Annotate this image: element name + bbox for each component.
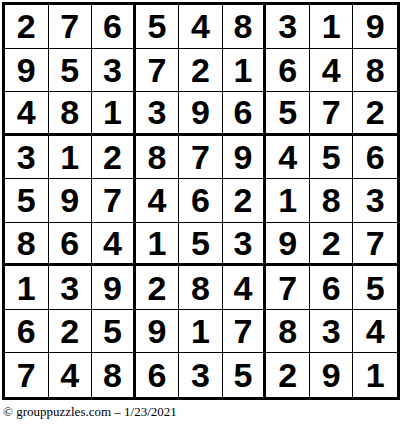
sudoku-board: 2765483199537216484813965723128794565974… bbox=[2, 2, 400, 400]
sudoku-cell[interactable]: 3 bbox=[92, 49, 136, 93]
sudoku-cell[interactable]: 9 bbox=[5, 49, 49, 93]
sudoku-cell[interactable]: 8 bbox=[136, 136, 180, 180]
sudoku-cell[interactable]: 4 bbox=[136, 179, 180, 223]
sudoku-cell[interactable]: 8 bbox=[353, 49, 397, 93]
sudoku-cell[interactable]: 6 bbox=[310, 266, 354, 310]
sudoku-cell[interactable]: 2 bbox=[223, 179, 267, 223]
sudoku-cell[interactable]: 1 bbox=[136, 223, 180, 267]
sudoku-cell[interactable]: 3 bbox=[136, 92, 180, 136]
sudoku-cell[interactable]: 4 bbox=[266, 136, 310, 180]
sudoku-cell[interactable]: 1 bbox=[266, 179, 310, 223]
sudoku-cell[interactable]: 6 bbox=[179, 179, 223, 223]
sudoku-cell[interactable]: 1 bbox=[5, 266, 49, 310]
sudoku-cell[interactable]: 1 bbox=[179, 310, 223, 354]
sudoku-cell[interactable]: 2 bbox=[136, 266, 180, 310]
sudoku-cell[interactable]: 3 bbox=[310, 310, 354, 354]
sudoku-cell[interactable]: 6 bbox=[92, 5, 136, 49]
sudoku-cell[interactable]: 3 bbox=[49, 266, 93, 310]
sudoku-cell[interactable]: 5 bbox=[49, 49, 93, 93]
sudoku-cell[interactable]: 5 bbox=[223, 353, 267, 397]
sudoku-cell[interactable]: 7 bbox=[223, 310, 267, 354]
sudoku-cell[interactable]: 8 bbox=[310, 179, 354, 223]
sudoku-cell[interactable]: 9 bbox=[310, 353, 354, 397]
sudoku-cell[interactable]: 3 bbox=[223, 223, 267, 267]
sudoku-cell[interactable]: 1 bbox=[353, 353, 397, 397]
sudoku-cell[interactable]: 3 bbox=[353, 179, 397, 223]
sudoku-cell[interactable]: 5 bbox=[353, 266, 397, 310]
sudoku-cell[interactable]: 8 bbox=[179, 266, 223, 310]
sudoku-cell[interactable]: 2 bbox=[266, 353, 310, 397]
sudoku-cell[interactable]: 8 bbox=[223, 5, 267, 49]
sudoku-cell[interactable]: 5 bbox=[92, 310, 136, 354]
sudoku-cell[interactable]: 2 bbox=[49, 310, 93, 354]
sudoku-cell[interactable]: 4 bbox=[179, 5, 223, 49]
sudoku-cell[interactable]: 5 bbox=[179, 223, 223, 267]
sudoku-cell[interactable]: 1 bbox=[310, 5, 354, 49]
sudoku-cell[interactable]: 7 bbox=[136, 49, 180, 93]
sudoku-cell[interactable]: 7 bbox=[353, 223, 397, 267]
sudoku-cell[interactable]: 7 bbox=[5, 353, 49, 397]
sudoku-cell[interactable]: 4 bbox=[5, 92, 49, 136]
sudoku-cell[interactable]: 6 bbox=[266, 49, 310, 93]
sudoku-cell[interactable]: 4 bbox=[223, 266, 267, 310]
sudoku-cell[interactable]: 4 bbox=[310, 49, 354, 93]
sudoku-cell[interactable]: 9 bbox=[266, 223, 310, 267]
sudoku-cell[interactable]: 2 bbox=[5, 5, 49, 49]
sudoku-cell[interactable]: 7 bbox=[92, 179, 136, 223]
sudoku-cell[interactable]: 1 bbox=[92, 92, 136, 136]
sudoku-cell[interactable]: 4 bbox=[353, 310, 397, 354]
sudoku-cell[interactable]: 2 bbox=[179, 49, 223, 93]
sudoku-cell[interactable]: 5 bbox=[136, 5, 180, 49]
sudoku-cell[interactable]: 7 bbox=[310, 92, 354, 136]
sudoku-cell[interactable]: 8 bbox=[5, 223, 49, 267]
sudoku-cell[interactable]: 2 bbox=[310, 223, 354, 267]
sudoku-cell[interactable]: 3 bbox=[266, 5, 310, 49]
sudoku-cell[interactable]: 9 bbox=[49, 179, 93, 223]
sudoku-cell[interactable]: 5 bbox=[266, 92, 310, 136]
sudoku-cell[interactable]: 4 bbox=[49, 353, 93, 397]
sudoku-cell[interactable]: 6 bbox=[136, 353, 180, 397]
sudoku-cell[interactable]: 6 bbox=[223, 92, 267, 136]
sudoku-cell[interactable]: 6 bbox=[5, 310, 49, 354]
sudoku-cell[interactable]: 8 bbox=[92, 353, 136, 397]
sudoku-cell[interactable]: 1 bbox=[49, 136, 93, 180]
sudoku-cell[interactable]: 3 bbox=[5, 136, 49, 180]
sudoku-cell[interactable]: 7 bbox=[179, 136, 223, 180]
sudoku-cell[interactable]: 3 bbox=[179, 353, 223, 397]
sudoku-cell[interactable]: 1 bbox=[223, 49, 267, 93]
copyright-footer: © grouppuzzles.com – 1/23/2021 bbox=[3, 404, 177, 420]
sudoku-cell[interactable]: 5 bbox=[5, 179, 49, 223]
sudoku-cell[interactable]: 7 bbox=[266, 266, 310, 310]
sudoku-cell[interactable]: 6 bbox=[353, 136, 397, 180]
sudoku-cell[interactable]: 9 bbox=[136, 310, 180, 354]
sudoku-cell[interactable]: 9 bbox=[223, 136, 267, 180]
sudoku-cell[interactable]: 9 bbox=[179, 92, 223, 136]
sudoku-cell[interactable]: 2 bbox=[92, 136, 136, 180]
sudoku-cell[interactable]: 8 bbox=[49, 92, 93, 136]
sudoku-cell[interactable]: 8 bbox=[266, 310, 310, 354]
sudoku-cell[interactable]: 6 bbox=[49, 223, 93, 267]
puzzle-page: 2765483199537216484813965723128794565974… bbox=[0, 0, 402, 424]
sudoku-cell[interactable]: 4 bbox=[92, 223, 136, 267]
sudoku-cell[interactable]: 7 bbox=[49, 5, 93, 49]
sudoku-cell[interactable]: 2 bbox=[353, 92, 397, 136]
sudoku-cell[interactable]: 9 bbox=[353, 5, 397, 49]
sudoku-cell[interactable]: 5 bbox=[310, 136, 354, 180]
sudoku-cell[interactable]: 9 bbox=[92, 266, 136, 310]
